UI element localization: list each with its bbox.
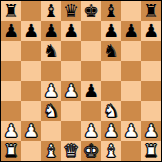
piece-black-knight: ♞ [43,41,59,61]
square-f3[interactable]: ♞ [101,101,121,121]
piece-black-bishop: ♝ [103,1,119,21]
piece-black-pawn: ♟ [3,21,19,41]
square-b2[interactable]: ♟ [21,121,41,141]
square-a3[interactable] [1,101,21,121]
piece-black-pawn: ♟ [83,81,99,101]
square-b8[interactable] [21,1,41,21]
piece-white-knight: ♞ [103,101,119,121]
square-b5[interactable] [21,61,41,81]
piece-black-pawn: ♟ [43,21,59,41]
piece-white-queen: ♛ [63,141,79,161]
piece-white-rook: ♜ [143,141,159,161]
piece-black-king: ♚ [83,1,99,21]
piece-black-pawn: ♟ [103,21,119,41]
square-c2[interactable] [41,121,61,141]
square-h8[interactable]: ♜ [141,1,161,21]
piece-black-rook: ♜ [143,1,159,21]
square-b1[interactable] [21,141,41,161]
square-e4[interactable]: ♟ [81,81,101,101]
piece-white-pawn: ♟ [23,121,39,141]
square-h5[interactable] [141,61,161,81]
piece-black-rook: ♜ [3,1,19,21]
square-b3[interactable] [21,101,41,121]
square-f1[interactable]: ♝ [101,141,121,161]
square-d6[interactable] [61,41,81,61]
square-e2[interactable]: ♟ [81,121,101,141]
square-e5[interactable] [81,61,101,81]
square-h1[interactable]: ♜ [141,141,161,161]
piece-black-pawn: ♟ [63,21,79,41]
square-c8[interactable]: ♝ [41,1,61,21]
piece-white-rook: ♜ [3,141,19,161]
square-g6[interactable] [121,41,141,61]
square-g4[interactable] [121,81,141,101]
piece-white-king: ♚ [83,141,99,161]
piece-white-pawn: ♟ [83,121,99,141]
square-f5[interactable] [101,61,121,81]
square-g5[interactable] [121,61,141,81]
square-a8[interactable]: ♜ [1,1,21,21]
square-g3[interactable] [121,101,141,121]
square-c4[interactable]: ♟ [41,81,61,101]
piece-black-bishop: ♝ [43,1,59,21]
piece-black-queen: ♛ [63,1,79,21]
piece-white-pawn: ♟ [43,81,59,101]
square-f2[interactable]: ♟ [101,121,121,141]
square-f4[interactable] [101,81,121,101]
chess-board: ♜♝♛♚♝♜♟♟♟♟♟♟♟♞♞♟♟♟♞♞♟♟♟♟♟♟♜♝♛♚♝♜ [0,0,162,162]
square-c1[interactable]: ♝ [41,141,61,161]
piece-white-pawn: ♟ [143,121,159,141]
square-e1[interactable]: ♚ [81,141,101,161]
square-d1[interactable]: ♛ [61,141,81,161]
piece-white-pawn: ♟ [3,121,19,141]
square-f7[interactable]: ♟ [101,21,121,41]
piece-black-pawn: ♟ [123,21,139,41]
square-f6[interactable]: ♞ [101,41,121,61]
square-g7[interactable]: ♟ [121,21,141,41]
square-h6[interactable] [141,41,161,61]
square-f8[interactable]: ♝ [101,1,121,21]
square-a2[interactable]: ♟ [1,121,21,141]
square-a5[interactable] [1,61,21,81]
piece-white-pawn: ♟ [63,81,79,101]
piece-white-pawn: ♟ [103,121,119,141]
square-e8[interactable]: ♚ [81,1,101,21]
square-a4[interactable] [1,81,21,101]
piece-white-bishop: ♝ [103,141,119,161]
square-e3[interactable] [81,101,101,121]
piece-black-knight: ♞ [103,41,119,61]
square-g8[interactable] [121,1,141,21]
square-h4[interactable] [141,81,161,101]
square-h3[interactable] [141,101,161,121]
square-e7[interactable] [81,21,101,41]
square-b4[interactable] [21,81,41,101]
piece-black-pawn: ♟ [143,21,159,41]
square-d3[interactable] [61,101,81,121]
square-d7[interactable]: ♟ [61,21,81,41]
square-b6[interactable] [21,41,41,61]
piece-white-knight: ♞ [43,101,59,121]
square-d5[interactable] [61,61,81,81]
piece-white-bishop: ♝ [43,141,59,161]
square-d8[interactable]: ♛ [61,1,81,21]
square-c3[interactable]: ♞ [41,101,61,121]
square-g1[interactable] [121,141,141,161]
square-c5[interactable] [41,61,61,81]
square-c6[interactable]: ♞ [41,41,61,61]
square-a7[interactable]: ♟ [1,21,21,41]
square-h2[interactable]: ♟ [141,121,161,141]
square-e6[interactable] [81,41,101,61]
square-c7[interactable]: ♟ [41,21,61,41]
square-g2[interactable]: ♟ [121,121,141,141]
piece-white-pawn: ♟ [123,121,139,141]
square-d2[interactable] [61,121,81,141]
square-b7[interactable]: ♟ [21,21,41,41]
piece-black-pawn: ♟ [23,21,39,41]
square-a1[interactable]: ♜ [1,141,21,161]
square-h7[interactable]: ♟ [141,21,161,41]
square-a6[interactable] [1,41,21,61]
square-d4[interactable]: ♟ [61,81,81,101]
